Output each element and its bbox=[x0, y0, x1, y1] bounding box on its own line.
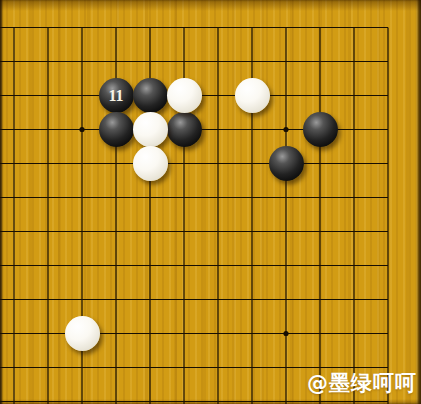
white-stone-N17 bbox=[167, 78, 202, 113]
black-stone-M17 bbox=[133, 78, 168, 113]
white-stone-K10 bbox=[65, 316, 100, 351]
white-stone-P17 bbox=[235, 78, 270, 113]
white-stone-M16 bbox=[133, 112, 168, 147]
black-stone-R16 bbox=[303, 112, 338, 147]
black-stone-N16 bbox=[167, 112, 202, 147]
white-stone-M15 bbox=[133, 146, 168, 181]
black-stone-L16 bbox=[99, 112, 134, 147]
move-number-label: 11 bbox=[99, 78, 134, 113]
stones-layer: 11 bbox=[0, 0, 421, 404]
black-stone-L17: 11 bbox=[99, 78, 134, 113]
black-stone-Q15 bbox=[269, 146, 304, 181]
go-board-diagram: 11 @墨绿呵呵 bbox=[0, 0, 421, 404]
watermark-text: @墨绿呵呵 bbox=[307, 369, 417, 397]
